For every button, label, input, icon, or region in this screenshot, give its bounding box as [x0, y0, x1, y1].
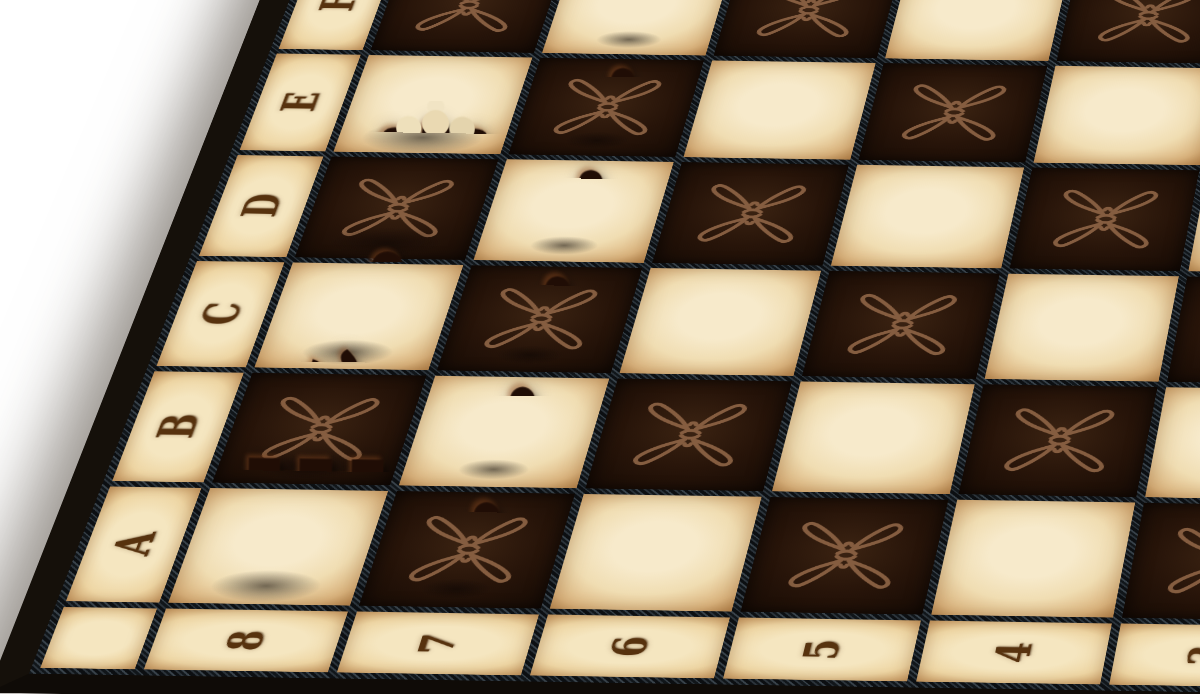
- rank-label-text: 4: [986, 642, 1044, 663]
- border-corner: [40, 607, 157, 669]
- file-label-text: C: [189, 302, 252, 325]
- square-a7[interactable]: [359, 491, 575, 609]
- square-b6[interactable]: [585, 379, 792, 492]
- square-ornament-icon: [673, 175, 829, 252]
- rank-label-text: 7: [409, 633, 469, 654]
- square-a6[interactable]: [550, 494, 762, 612]
- rank-label-8: 8: [144, 609, 348, 673]
- square-d4[interactable]: [1010, 168, 1200, 272]
- square-ornament-icon: [733, 0, 882, 46]
- square-a8[interactable]: [168, 488, 388, 606]
- rank-label-7: 7: [337, 612, 539, 676]
- square-ornament-icon: [459, 279, 621, 359]
- square-a3[interactable]: [1122, 503, 1200, 621]
- rank-label-6: 6: [530, 615, 730, 679]
- square-b5[interactable]: [772, 381, 975, 494]
- square-f8[interactable]: [371, 0, 565, 53]
- rank-label-text: 3: [1178, 645, 1200, 666]
- chess-board: H: [0, 0, 1200, 694]
- square-a5[interactable]: [740, 497, 948, 615]
- square-d6[interactable]: [652, 162, 849, 266]
- camera-tilt: H: [0, 0, 1200, 694]
- square-ornament-icon: [878, 76, 1028, 150]
- square-ornament-icon: [317, 170, 478, 247]
- square-ornament-icon: [980, 399, 1138, 483]
- rank-label-5: 5: [723, 618, 921, 682]
- square-c4[interactable]: [985, 274, 1179, 382]
- rank-label-text: 5: [793, 639, 851, 660]
- perspective-scene: H: [0, 0, 1200, 694]
- square-f5[interactable]: [885, 0, 1070, 61]
- square-f6[interactable]: [714, 0, 902, 58]
- square-ornament-icon: [391, 0, 545, 40]
- square-ornament-icon: [1030, 181, 1181, 258]
- file-label-text: A: [101, 532, 167, 557]
- file-label-text: D: [230, 193, 293, 217]
- rank-label-text: 6: [601, 636, 660, 657]
- square-b4[interactable]: [958, 384, 1157, 497]
- file-label-a: A: [66, 487, 202, 603]
- rank-label-3: 3: [1109, 624, 1200, 688]
- chess-set-photo: H: [0, 0, 1200, 694]
- square-d5[interactable]: [831, 165, 1024, 269]
- file-label-text: B: [146, 413, 212, 439]
- file-label-text: E: [271, 92, 331, 113]
- square-e6[interactable]: [683, 60, 875, 159]
- square-ornament-icon: [607, 393, 771, 477]
- square-ornament-icon: [763, 512, 928, 599]
- rank-label-4: 4: [916, 621, 1112, 685]
- square-e4[interactable]: [1034, 66, 1200, 166]
- square-e5[interactable]: [858, 63, 1047, 163]
- square-ornament-icon: [529, 70, 684, 144]
- rank-label-text: 8: [216, 630, 277, 651]
- square-c5[interactable]: [802, 271, 1000, 379]
- square-ornament-icon: [382, 506, 553, 593]
- square-c6[interactable]: [619, 268, 821, 376]
- square-ornament-icon: [823, 285, 980, 365]
- square-f4[interactable]: [1056, 0, 1200, 64]
- square-ornament-icon: [235, 387, 404, 470]
- square-ornament-icon: [1076, 0, 1200, 51]
- square-ornament-icon: [1143, 518, 1200, 605]
- square-ornament-icon: [1187, 290, 1200, 370]
- file-label-text: F: [309, 0, 367, 12]
- square-a4[interactable]: [931, 500, 1135, 618]
